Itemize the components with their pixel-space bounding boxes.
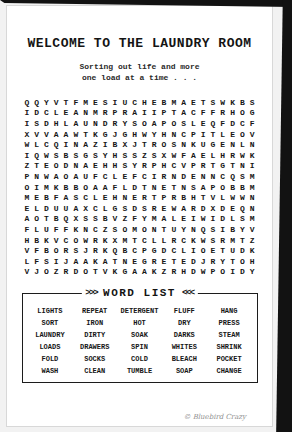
grid-cell: T xyxy=(237,235,247,246)
page-title: WELCOME TO THE LAUNDRY ROOM xyxy=(7,36,272,51)
grid-cell: I xyxy=(22,108,32,119)
grid-cell: P xyxy=(159,118,169,129)
grid-cell: C xyxy=(169,245,179,256)
grid-cell: N xyxy=(81,224,91,235)
grid-cell: N xyxy=(149,182,159,193)
grid-cell: K xyxy=(71,224,81,235)
grid-cell: N xyxy=(179,182,189,193)
grid-cell: B xyxy=(228,224,238,235)
grid-cell: W xyxy=(169,150,179,161)
grid-cell: K xyxy=(100,245,110,256)
grid-cell: W xyxy=(22,139,32,150)
grid-cell: I xyxy=(61,139,71,150)
grid-cell: L xyxy=(208,150,218,161)
grid-cell: G xyxy=(100,129,110,140)
grid-cell: C xyxy=(218,171,228,182)
grid-cell: Q xyxy=(32,150,42,161)
grid-cell: X xyxy=(22,129,32,140)
grid-cell: R xyxy=(228,150,238,161)
grid-cell: J xyxy=(110,129,120,140)
grid-cell: C xyxy=(61,235,71,246)
grid-cell: E xyxy=(188,171,198,182)
grid-cell: J xyxy=(81,245,91,256)
grid-cell: A xyxy=(179,97,189,108)
grid-cell: L xyxy=(32,139,42,150)
grid-cell: R xyxy=(61,267,71,278)
grid-cell: W xyxy=(218,97,228,108)
grid-cell: O xyxy=(237,256,247,267)
grid-cell: D xyxy=(130,203,140,214)
grid-cell: I xyxy=(247,161,257,172)
grid-cell: H xyxy=(179,267,189,278)
grid-cell: R xyxy=(91,235,101,246)
grid-cell: I xyxy=(32,182,42,193)
subtitle-line-1: Sorting out life and more xyxy=(7,61,272,72)
grid-cell: U xyxy=(42,224,52,235)
grid-cell: A xyxy=(140,267,150,278)
grid-cell: H xyxy=(247,256,257,267)
grid-cell: F xyxy=(179,150,189,161)
grid-cell: V xyxy=(110,214,120,225)
word-list-item: FLUFF xyxy=(162,305,207,317)
grid-cell: O xyxy=(218,267,228,278)
grid-cell: T xyxy=(130,235,140,246)
grid-cell: W xyxy=(237,150,247,161)
grid-cell: M xyxy=(130,224,140,235)
grid-cell: E xyxy=(130,192,140,203)
grid-cell: A xyxy=(71,118,81,129)
grid-cell: X xyxy=(120,139,130,150)
word-list-title: WORD LIST xyxy=(103,287,176,299)
grid-cell: R xyxy=(149,256,159,267)
grid-cell: S xyxy=(91,150,101,161)
grid-cell: Y xyxy=(100,150,110,161)
grid-cell: F xyxy=(198,108,208,119)
grid-cell: P xyxy=(159,192,169,203)
grid-cell: L xyxy=(100,203,110,214)
grid-cell: Y xyxy=(130,161,140,172)
grid-cell: Y xyxy=(120,118,130,129)
grid-cell: Q xyxy=(51,139,61,150)
grid-cell: E xyxy=(218,139,228,150)
grid-cell: O xyxy=(32,214,42,225)
grid-cell: D xyxy=(100,118,110,129)
grid-cell: E xyxy=(22,203,32,214)
grid-cell: R xyxy=(91,245,101,256)
grid-cell: W xyxy=(42,171,52,182)
grid-cell: K xyxy=(91,129,101,140)
grid-cell: B xyxy=(71,182,81,193)
grid-cell: F xyxy=(247,118,257,129)
grid-cell: L xyxy=(32,203,42,214)
grid-cell: D xyxy=(237,245,247,256)
grid-cell: G xyxy=(208,139,218,150)
grid-cell: J xyxy=(130,139,140,150)
grid-cell: C xyxy=(81,192,91,203)
grid-cell: D xyxy=(159,245,169,256)
grid-cell: R xyxy=(169,192,179,203)
grid-cell: O xyxy=(159,139,169,150)
grid-cell: C xyxy=(42,108,52,119)
grid-cell: R xyxy=(100,108,110,119)
grid-cell: E xyxy=(228,203,238,214)
grid-cell: B xyxy=(51,214,61,225)
subtitle: Sorting out life and more one load at a … xyxy=(7,61,272,83)
framed-print-photo: WELCOME TO THE LAUNDRY ROOM Sorting out … xyxy=(0,0,292,432)
grid-cell: V xyxy=(51,235,61,246)
grid-cell: T xyxy=(169,108,179,119)
grid-cell: X xyxy=(159,150,169,161)
grid-cell: F xyxy=(218,118,228,129)
grid-cell: N xyxy=(228,139,238,150)
grid-cell: T xyxy=(198,192,208,203)
grid-cell: H xyxy=(130,129,140,140)
grid-cell: E xyxy=(159,203,169,214)
grid-cell: Z xyxy=(140,150,150,161)
grid-cell: E xyxy=(32,192,42,203)
grid-cell: D xyxy=(71,267,81,278)
grid-cell: L xyxy=(237,139,247,150)
grid-cell: B xyxy=(32,235,42,246)
grid-cell: S xyxy=(71,192,81,203)
grid-cell: D xyxy=(42,118,52,129)
grid-cell: P xyxy=(110,108,120,119)
grid-cell: B xyxy=(120,245,130,256)
grid-cell: S xyxy=(91,214,101,225)
grid-cell: P xyxy=(159,108,169,119)
grid-cell: D xyxy=(61,161,71,172)
grid-cell: V xyxy=(42,129,52,140)
word-list-item: DETERGENT xyxy=(117,305,162,317)
grid-cell: W xyxy=(198,235,208,246)
grid-cell: A xyxy=(130,267,140,278)
grid-cell: I xyxy=(22,150,32,161)
grid-cell: S xyxy=(120,161,130,172)
grid-cell: T xyxy=(169,256,179,267)
grid-cell: K xyxy=(188,139,198,150)
grid-cell: Z xyxy=(100,224,110,235)
grid-cell: I xyxy=(188,245,198,256)
grid-cell: P xyxy=(188,129,198,140)
grid-cell: G xyxy=(120,267,130,278)
grid-cell: S xyxy=(81,214,91,225)
grid-cell: C xyxy=(179,235,189,246)
grid-cell: D xyxy=(198,203,208,214)
grid-cell: U xyxy=(169,224,179,235)
grid-cell: Q xyxy=(228,171,238,182)
grid-cell: Q xyxy=(110,245,120,256)
grid-cell: E xyxy=(198,150,208,161)
grid-cell: S xyxy=(42,256,52,267)
grid-cell: N xyxy=(91,118,101,129)
word-list-item: LOADS xyxy=(28,341,73,353)
grid-cell: F xyxy=(61,224,71,235)
word-list-item: PRESS xyxy=(207,317,252,329)
grid-cell: C xyxy=(140,171,150,182)
grid-cell: A xyxy=(100,182,110,193)
grid-cell: N xyxy=(179,139,189,150)
grid-cell: W xyxy=(228,192,238,203)
grid-cell: R xyxy=(149,203,159,214)
grid-cell: B xyxy=(61,182,71,193)
grid-cell: L xyxy=(110,171,120,182)
grid-cell: U xyxy=(228,245,238,256)
word-list-item: DRY xyxy=(162,317,207,329)
grid-cell: J xyxy=(32,267,42,278)
grid-cell: R xyxy=(149,139,159,150)
word-list-item: CLEAN xyxy=(72,365,117,377)
grid-cell: F xyxy=(32,256,42,267)
grid-cell: L xyxy=(91,192,101,203)
grid-cell: O xyxy=(81,182,91,193)
grid-cell: R xyxy=(188,203,198,214)
grid-cell: S xyxy=(32,118,42,129)
grid-cell: D xyxy=(179,171,189,182)
grid-cell: T xyxy=(32,161,42,172)
grid-cell: V xyxy=(100,267,110,278)
grid-cell: L xyxy=(169,214,179,225)
grid-cell: D xyxy=(188,256,198,267)
grid-cell: Y xyxy=(42,97,52,108)
grid-cell: C xyxy=(140,235,150,246)
grid-cell: W xyxy=(169,203,179,214)
grid-cell: B xyxy=(42,245,52,256)
grid-cell: L xyxy=(159,235,169,246)
grid-cell: T xyxy=(159,224,169,235)
word-list-item: IRON xyxy=(72,317,117,329)
grid-cell: Z xyxy=(120,214,130,225)
subtitle-line-2: one load at a time . . . xyxy=(7,72,272,83)
grid-cell: A xyxy=(179,108,189,119)
grid-cell: T xyxy=(140,182,150,193)
word-list-item: COLD xyxy=(117,353,162,365)
grid-cell: I xyxy=(51,256,61,267)
grid-cell: N xyxy=(247,192,257,203)
grid-cell: P xyxy=(140,245,150,256)
grid-cell: A xyxy=(51,171,61,182)
grid-cell: X xyxy=(110,235,120,246)
grid-cell: N xyxy=(237,161,247,172)
word-list-item: SPIN xyxy=(117,341,162,353)
grid-cell: S xyxy=(149,150,159,161)
grid-cell: I xyxy=(149,171,159,182)
word-list-item: STEAM xyxy=(207,329,252,341)
grid-cell: G xyxy=(140,256,150,267)
grid-cell: A xyxy=(198,182,208,193)
right-arrows-icon: >>> xyxy=(85,288,99,298)
grid-cell: H xyxy=(110,150,120,161)
grid-cell: F xyxy=(110,182,120,193)
grid-cell: A xyxy=(71,108,81,119)
grid-cell: N xyxy=(188,224,198,235)
grid-cell: R xyxy=(169,235,179,246)
grid-cell: A xyxy=(179,203,189,214)
grid-cell: N xyxy=(169,129,179,140)
grid-cell: I xyxy=(188,214,198,225)
grid-cell: E xyxy=(179,214,189,225)
grid-cell: R xyxy=(159,171,169,182)
grid-cell: A xyxy=(159,214,169,225)
grid-cell: D xyxy=(237,267,247,278)
grid-cell: F xyxy=(91,171,101,182)
grid-cell: F xyxy=(22,224,32,235)
word-list-words: LIGHTSSORTLAUNDRYLOADSFOLDWASHREPEATIRON… xyxy=(23,305,257,377)
grid-cell: E xyxy=(42,161,52,172)
grid-cell: Z xyxy=(91,139,101,150)
grid-cell: M xyxy=(247,182,257,193)
grid-cell: C xyxy=(169,161,179,172)
grid-cell: V xyxy=(32,129,42,140)
grid-cell: R xyxy=(169,267,179,278)
grid-cell: S xyxy=(237,214,247,225)
grid-cell: Y xyxy=(247,267,257,278)
word-list-item: TUMBLE xyxy=(117,365,162,377)
grid-cell: O xyxy=(61,171,71,182)
grid-cell: Y xyxy=(179,224,189,235)
grid-cell: E xyxy=(91,97,101,108)
grid-cell: G xyxy=(247,108,257,119)
grid-cell: H xyxy=(100,161,110,172)
grid-cell: Q xyxy=(208,118,218,129)
grid-cell: D xyxy=(42,203,52,214)
grid-cell: C xyxy=(188,108,198,119)
grid-cell: T xyxy=(228,161,238,172)
grid-cell: G xyxy=(81,150,91,161)
grid-cell: S xyxy=(130,118,140,129)
grid-cell: K xyxy=(100,235,110,246)
grid-cell: D xyxy=(218,214,228,225)
grid-cell: T xyxy=(198,97,208,108)
grid-cell: U xyxy=(120,97,130,108)
grid-cell: Q xyxy=(22,97,32,108)
grid-cell: F xyxy=(208,108,218,119)
grid-cell: I xyxy=(22,118,32,129)
grid-cell: P xyxy=(149,161,159,172)
grid-cell: E xyxy=(159,256,169,267)
grid-cell: S xyxy=(120,203,130,214)
grid-cell: Q xyxy=(198,224,208,235)
word-list-box: >>> WORD LIST <<< LIGHTSSORTLAUNDRYLOADS… xyxy=(22,293,258,383)
word-list-item: REPEAT xyxy=(72,305,117,317)
grid-cell: I xyxy=(228,267,238,278)
grid-cell: H xyxy=(188,192,198,203)
grid-cell: D xyxy=(218,203,228,214)
grid-cell: O xyxy=(237,129,247,140)
grid-cell: S xyxy=(100,97,110,108)
grid-cell: A xyxy=(149,118,159,129)
grid-cell: S xyxy=(247,97,257,108)
grid-cell: L xyxy=(179,245,189,256)
grid-cell: A xyxy=(71,171,81,182)
grid-cell: R xyxy=(61,245,71,256)
grid-cell: S xyxy=(208,97,218,108)
grid-cell: F xyxy=(130,214,140,225)
grid-cell: S xyxy=(169,139,179,150)
grid-cell: Z xyxy=(22,161,32,172)
grid-cell: G xyxy=(120,129,130,140)
grid-cell: L xyxy=(218,129,228,140)
grid-cell: N xyxy=(198,171,208,182)
word-search-print: WELCOME TO THE LAUNDRY ROOM Sorting out … xyxy=(6,5,273,427)
grid-cell: Z xyxy=(247,235,257,246)
grid-cell: H xyxy=(228,108,238,119)
grid-cell: A xyxy=(71,256,81,267)
grid-cell: A xyxy=(81,161,91,172)
grid-cell: P xyxy=(188,161,198,172)
grid-cell: E xyxy=(198,118,208,129)
grid-cell: A xyxy=(188,150,198,161)
grid-cell: E xyxy=(91,161,101,172)
grid-cell: R xyxy=(140,161,150,172)
word-list-item: POCKET xyxy=(207,353,252,365)
grid-cell: T xyxy=(208,161,218,172)
grid-cell: F xyxy=(51,224,61,235)
grid-cell: P xyxy=(208,267,218,278)
grid-cell: N xyxy=(247,203,257,214)
grid-cell: N xyxy=(71,161,81,172)
grid-cell: A xyxy=(71,203,81,214)
grid-cell: I xyxy=(198,129,208,140)
grid-cell: D xyxy=(228,118,238,129)
grid-cell: M xyxy=(22,192,32,203)
word-list-item: SORT xyxy=(28,317,73,329)
grid-cell: F xyxy=(71,97,81,108)
grid-cell: B xyxy=(42,192,52,203)
grid-cell: T xyxy=(208,129,218,140)
grid-cell: N xyxy=(149,224,159,235)
grid-cell: T xyxy=(81,129,91,140)
grid-cell: L xyxy=(218,192,228,203)
grid-cell: Y xyxy=(218,256,228,267)
grid-cell: O xyxy=(51,245,61,256)
grid-cell: B xyxy=(237,97,247,108)
word-list-item: LIGHTS xyxy=(28,305,73,317)
grid-cell: U xyxy=(198,139,208,150)
grid-cell: H xyxy=(159,129,169,140)
grid-cell: E xyxy=(149,97,159,108)
grid-cell: R xyxy=(208,256,218,267)
grid-cell: B xyxy=(61,150,71,161)
grid-cell: A xyxy=(100,256,110,267)
word-list-item: HANG xyxy=(207,305,252,317)
grid-cell: M xyxy=(169,97,179,108)
grid-cell: S xyxy=(179,118,189,129)
grid-cell: O xyxy=(140,224,150,235)
grid-cell: O xyxy=(237,108,247,119)
grid-cell: U xyxy=(81,118,91,129)
grid-cell: K xyxy=(51,182,61,193)
grid-cell: P xyxy=(208,182,218,193)
grid-cell: K xyxy=(110,267,120,278)
grid-cell: F xyxy=(130,171,140,182)
grid-cell: I xyxy=(100,139,110,150)
grid-cell: Y xyxy=(149,129,159,140)
grid-cell: S xyxy=(71,245,81,256)
grid-cell: O xyxy=(120,224,130,235)
grid-cell: F xyxy=(32,245,42,256)
grid-cell: C xyxy=(42,139,52,150)
grid-cell: C xyxy=(91,203,101,214)
grid-cell: J xyxy=(198,256,208,267)
grid-cell: N xyxy=(71,139,81,150)
grid-cell: Q xyxy=(61,214,71,225)
grid-cell: E xyxy=(130,256,140,267)
grid-cell: U xyxy=(81,171,91,182)
grid-cell: N xyxy=(81,108,91,119)
grid-cell: B xyxy=(159,97,169,108)
grid-cell: E xyxy=(159,182,169,193)
word-list-item: BLEACH xyxy=(162,353,207,365)
